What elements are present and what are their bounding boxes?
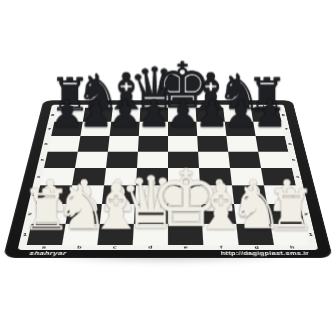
piece-black-pawn-e7: ♟ [150, 94, 215, 131]
piece-white-pawn-b2: ♟ [45, 174, 121, 218]
piece-black-pawn-f7: ♟ [179, 94, 244, 131]
piece-white-pawn-e2: ♟ [147, 174, 223, 218]
chessboard: aabbccddeeffgghh8877665544332211 shahrya… [3, 100, 333, 258]
piece-white-pawn-a2: ♟ [12, 174, 88, 218]
piece-white-pawn-g2: ♟ [214, 174, 290, 218]
piece-black-knight-g8: ♞ [207, 68, 271, 117]
piece-white-pawn-c2: ♟ [79, 174, 155, 218]
file-label-top-h: h [250, 105, 278, 108]
file-label-top-c: c [113, 105, 141, 108]
piece-black-rook-a8: ♜ [38, 72, 102, 117]
piece-white-bishop-c1: ♝ [76, 175, 155, 238]
file-label-top-g: g [223, 105, 251, 108]
piece-black-queen-d8: ♛ [122, 59, 186, 117]
piece-white-king-e1: ♚ [146, 160, 225, 239]
piece-black-pawn-b7: ♟ [63, 94, 128, 131]
piece-white-pawn-h2: ♟ [248, 174, 324, 218]
piece-black-pawn-h7: ♟ [237, 94, 302, 131]
file-label-top-e: e [168, 105, 196, 108]
piece-black-bishop-f8: ♝ [178, 67, 242, 118]
piece-black-pawn-g7: ♟ [208, 94, 273, 131]
piece-white-pawn-d2: ♟ [113, 174, 189, 218]
piece-white-queen-d1: ♛ [111, 166, 190, 238]
file-label-top-f: f [195, 105, 223, 108]
file-label-top-d: d [140, 105, 168, 108]
file-label-top-a: a [58, 105, 86, 108]
piece-black-knight-b8: ♞ [66, 68, 130, 117]
piece-white-pawn-f2: ♟ [181, 174, 257, 218]
piece-black-pawn-d7: ♟ [121, 94, 186, 131]
piece-black-bishop-c8: ♝ [94, 67, 158, 118]
piece-white-bishop-f1: ♝ [181, 175, 260, 238]
piece-white-knight-b1: ♞ [41, 178, 120, 239]
piece-black-king-e8: ♚ [150, 54, 214, 118]
piece-black-pawn-a7: ♟ [34, 94, 99, 131]
piece-black-pawn-c7: ♟ [92, 94, 157, 131]
photo-canvas: aabbccddeeffgghh8877665544332211 shahrya… [0, 0, 336, 336]
piece-black-rook-h8: ♜ [235, 72, 299, 117]
perspective-scene: aabbccddeeffgghh8877665544332211 shahrya… [26, 26, 310, 310]
piece-white-rook-a1: ♜ [6, 182, 85, 238]
piece-white-knight-g1: ♞ [216, 178, 295, 239]
piece-white-rook-h1: ♜ [251, 182, 330, 238]
file-label-top-b: b [85, 105, 113, 108]
